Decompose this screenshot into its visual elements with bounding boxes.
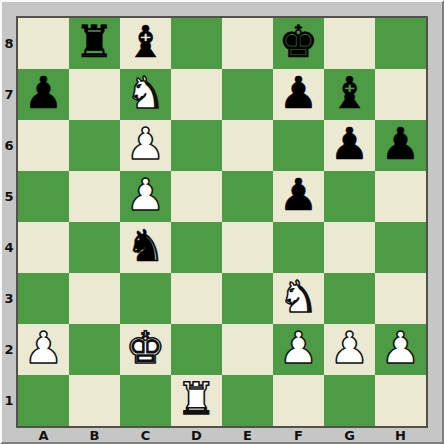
square-c1[interactable]: [120, 375, 171, 426]
square-f8[interactable]: ♚: [273, 18, 324, 69]
square-b3[interactable]: [69, 273, 120, 324]
white-pawn-icon: ♟: [24, 324, 63, 373]
square-a1[interactable]: [18, 375, 69, 426]
rank-label-5: 5: [2, 171, 16, 222]
black-king-icon: ♚: [279, 18, 318, 67]
square-f2[interactable]: ♟: [273, 324, 324, 375]
square-h2[interactable]: ♟: [375, 324, 426, 375]
square-h7[interactable]: [375, 69, 426, 120]
square-h1[interactable]: [375, 375, 426, 426]
square-f7[interactable]: ♟: [273, 69, 324, 120]
square-f5[interactable]: ♟: [273, 171, 324, 222]
white-knight-icon: ♞: [126, 69, 165, 118]
black-pawn-icon: ♟: [279, 171, 318, 220]
file-label-h: H: [375, 428, 426, 442]
black-pawn-icon: ♟: [330, 120, 369, 169]
square-c6[interactable]: ♟: [120, 120, 171, 171]
square-f3[interactable]: ♞: [273, 273, 324, 324]
square-g4[interactable]: [324, 222, 375, 273]
black-pawn-icon: ♟: [279, 69, 318, 118]
square-a2[interactable]: ♟: [18, 324, 69, 375]
black-pawn-icon: ♟: [381, 120, 420, 169]
square-e1[interactable]: [222, 375, 273, 426]
square-d4[interactable]: [171, 222, 222, 273]
square-d1[interactable]: ♜: [171, 375, 222, 426]
rank-label-6: 6: [2, 120, 16, 171]
file-label-b: B: [69, 428, 120, 442]
file-label-a: A: [18, 428, 69, 442]
square-g3[interactable]: [324, 273, 375, 324]
square-d8[interactable]: [171, 18, 222, 69]
square-g8[interactable]: [324, 18, 375, 69]
square-e8[interactable]: [222, 18, 273, 69]
square-h8[interactable]: [375, 18, 426, 69]
rank-label-4: 4: [2, 222, 16, 273]
square-g5[interactable]: [324, 171, 375, 222]
square-a6[interactable]: [18, 120, 69, 171]
black-bishop-icon: ♝: [330, 69, 369, 118]
square-a7[interactable]: ♟: [18, 69, 69, 120]
square-b8[interactable]: ♜: [69, 18, 120, 69]
square-e2[interactable]: [222, 324, 273, 375]
square-h6[interactable]: ♟: [375, 120, 426, 171]
square-c4[interactable]: ♞: [120, 222, 171, 273]
white-king-icon: ♚: [126, 324, 165, 373]
file-label-f: F: [273, 428, 324, 442]
square-b6[interactable]: [69, 120, 120, 171]
file-label-e: E: [222, 428, 273, 442]
square-e4[interactable]: [222, 222, 273, 273]
square-b5[interactable]: [69, 171, 120, 222]
white-pawn-icon: ♟: [126, 120, 165, 169]
square-e7[interactable]: [222, 69, 273, 120]
white-pawn-icon: ♟: [126, 171, 165, 220]
black-bishop-icon: ♝: [126, 18, 165, 67]
square-a5[interactable]: [18, 171, 69, 222]
square-c5[interactable]: ♟: [120, 171, 171, 222]
square-b1[interactable]: [69, 375, 120, 426]
square-d7[interactable]: [171, 69, 222, 120]
square-e3[interactable]: [222, 273, 273, 324]
square-f4[interactable]: [273, 222, 324, 273]
square-e6[interactable]: [222, 120, 273, 171]
square-f6[interactable]: [273, 120, 324, 171]
square-e5[interactable]: [222, 171, 273, 222]
rank-label-3: 3: [2, 273, 16, 324]
square-b7[interactable]: [69, 69, 120, 120]
square-a3[interactable]: [18, 273, 69, 324]
rank-label-2: 2: [2, 324, 16, 375]
white-rook-icon: ♜: [177, 375, 216, 424]
file-labels: A B C D E F G H: [18, 428, 426, 442]
square-a8[interactable]: [18, 18, 69, 69]
square-d3[interactable]: [171, 273, 222, 324]
square-g7[interactable]: ♝: [324, 69, 375, 120]
square-g1[interactable]: [324, 375, 375, 426]
square-g6[interactable]: ♟: [324, 120, 375, 171]
square-h5[interactable]: [375, 171, 426, 222]
black-knight-icon: ♞: [126, 222, 165, 271]
board-frame: 8 7 6 5 4 3 2 1 ♜♝♚♟♞♟♝♟♟♟♟♟♞♞♟♚♟♟♟♜ A B…: [0, 0, 444, 444]
rank-label-1: 1: [2, 375, 16, 426]
square-c7[interactable]: ♞: [120, 69, 171, 120]
rank-label-8: 8: [2, 18, 16, 69]
square-d6[interactable]: [171, 120, 222, 171]
black-rook-icon: ♜: [75, 18, 114, 67]
file-label-c: C: [120, 428, 171, 442]
white-pawn-icon: ♟: [279, 324, 318, 373]
file-label-g: G: [324, 428, 375, 442]
white-pawn-icon: ♟: [381, 324, 420, 373]
square-d2[interactable]: [171, 324, 222, 375]
square-a4[interactable]: [18, 222, 69, 273]
square-c8[interactable]: ♝: [120, 18, 171, 69]
square-f1[interactable]: [273, 375, 324, 426]
square-h3[interactable]: [375, 273, 426, 324]
square-h4[interactable]: [375, 222, 426, 273]
square-c3[interactable]: [120, 273, 171, 324]
square-b4[interactable]: [69, 222, 120, 273]
square-g2[interactable]: ♟: [324, 324, 375, 375]
white-pawn-icon: ♟: [330, 324, 369, 373]
rank-label-7: 7: [2, 69, 16, 120]
rank-labels: 8 7 6 5 4 3 2 1: [2, 18, 16, 426]
square-c2[interactable]: ♚: [120, 324, 171, 375]
board: ♜♝♚♟♞♟♝♟♟♟♟♟♞♞♟♚♟♟♟♜: [16, 16, 428, 428]
black-pawn-icon: ♟: [24, 69, 63, 118]
white-knight-icon: ♞: [279, 273, 318, 322]
square-b2[interactable]: [69, 324, 120, 375]
square-d5[interactable]: [171, 171, 222, 222]
file-label-d: D: [171, 428, 222, 442]
